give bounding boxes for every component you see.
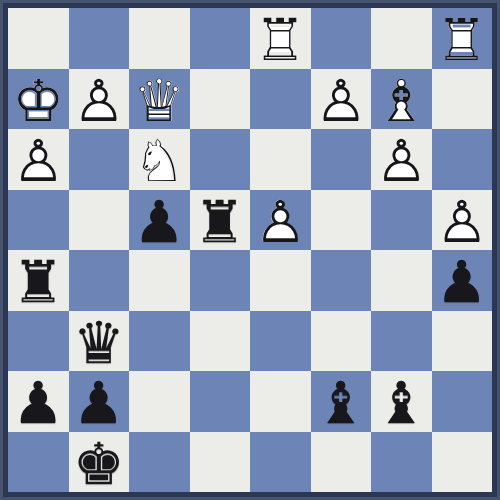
black-king[interactable]: ♚ <box>69 434 130 495</box>
square-a4[interactable]: ♜ <box>8 250 69 311</box>
square-h6[interactable] <box>432 129 493 190</box>
square-d8[interactable] <box>190 8 251 69</box>
square-e6[interactable] <box>250 129 311 190</box>
piece-glyph: ♜ <box>8 252 69 313</box>
square-h7[interactable] <box>432 69 493 130</box>
board-frame: ♜♖♜♖♚♔♟♙♛♕♟♙♝♗♟♙♞♘♟♙♟♜♟♙♟♙♜♟♛♟♟♝♝♚ <box>0 0 500 500</box>
square-f3[interactable] <box>311 311 372 372</box>
square-g1[interactable] <box>371 432 432 493</box>
black-pawn[interactable]: ♟ <box>8 373 69 434</box>
white-queen[interactable]: ♛♕ <box>129 71 190 132</box>
white-rook[interactable]: ♜♖ <box>250 10 311 71</box>
square-e7[interactable] <box>250 69 311 130</box>
black-rook[interactable]: ♜ <box>190 192 251 253</box>
square-b4[interactable] <box>69 250 130 311</box>
square-e1[interactable] <box>250 432 311 493</box>
square-a5[interactable] <box>8 190 69 251</box>
piece-glyph: ♟ <box>69 373 130 434</box>
square-d7[interactable] <box>190 69 251 130</box>
square-e5[interactable]: ♟♙ <box>250 190 311 251</box>
black-pawn[interactable]: ♟ <box>129 192 190 253</box>
piece-glyph: ♟ <box>432 252 493 313</box>
piece-glyph: ♚ <box>69 434 130 495</box>
piece-outline: ♕ <box>129 71 190 132</box>
square-a6[interactable]: ♟♙ <box>8 129 69 190</box>
square-h3[interactable] <box>432 311 493 372</box>
square-g8[interactable] <box>371 8 432 69</box>
piece-glyph: ♟ <box>129 192 190 253</box>
square-b3[interactable]: ♛ <box>69 311 130 372</box>
square-d6[interactable] <box>190 129 251 190</box>
piece-outline: ♖ <box>250 10 311 71</box>
white-king[interactable]: ♚♔ <box>8 71 69 132</box>
square-h1[interactable] <box>432 432 493 493</box>
square-f5[interactable] <box>311 190 372 251</box>
square-a3[interactable] <box>8 311 69 372</box>
square-g7[interactable]: ♝♗ <box>371 69 432 130</box>
white-pawn[interactable]: ♟♙ <box>8 131 69 192</box>
piece-outline: ♙ <box>69 71 130 132</box>
square-h8[interactable]: ♜♖ <box>432 8 493 69</box>
square-d4[interactable] <box>190 250 251 311</box>
square-g6[interactable]: ♟♙ <box>371 129 432 190</box>
square-e2[interactable] <box>250 371 311 432</box>
square-c7[interactable]: ♛♕ <box>129 69 190 130</box>
piece-outline: ♗ <box>371 71 432 132</box>
black-bishop[interactable]: ♝ <box>311 373 372 434</box>
black-rook[interactable]: ♜ <box>8 252 69 313</box>
black-pawn[interactable]: ♟ <box>432 252 493 313</box>
white-pawn[interactable]: ♟♙ <box>311 71 372 132</box>
square-b1[interactable]: ♚ <box>69 432 130 493</box>
square-d5[interactable]: ♜ <box>190 190 251 251</box>
square-g4[interactable] <box>371 250 432 311</box>
square-c4[interactable] <box>129 250 190 311</box>
piece-glyph: ♟ <box>8 373 69 434</box>
piece-outline: ♖ <box>432 10 493 71</box>
square-b6[interactable] <box>69 129 130 190</box>
piece-glyph: ♛ <box>69 313 130 374</box>
piece-outline: ♙ <box>371 131 432 192</box>
square-f2[interactable]: ♝ <box>311 371 372 432</box>
square-a1[interactable] <box>8 432 69 493</box>
square-d1[interactable] <box>190 432 251 493</box>
square-f1[interactable] <box>311 432 372 493</box>
square-a7[interactable]: ♚♔ <box>8 69 69 130</box>
square-g5[interactable] <box>371 190 432 251</box>
square-b5[interactable] <box>69 190 130 251</box>
piece-outline: ♙ <box>8 131 69 192</box>
square-c1[interactable] <box>129 432 190 493</box>
square-e3[interactable] <box>250 311 311 372</box>
square-d3[interactable] <box>190 311 251 372</box>
square-c8[interactable] <box>129 8 190 69</box>
square-a8[interactable] <box>8 8 69 69</box>
piece-outline: ♙ <box>250 192 311 253</box>
white-pawn[interactable]: ♟♙ <box>69 71 130 132</box>
square-f4[interactable] <box>311 250 372 311</box>
piece-outline: ♙ <box>311 71 372 132</box>
square-e8[interactable]: ♜♖ <box>250 8 311 69</box>
black-pawn[interactable]: ♟ <box>69 373 130 434</box>
white-rook[interactable]: ♜♖ <box>432 10 493 71</box>
piece-outline: ♘ <box>129 131 190 192</box>
piece-outline: ♔ <box>8 71 69 132</box>
square-c5[interactable]: ♟ <box>129 190 190 251</box>
piece-glyph: ♝ <box>371 373 432 434</box>
square-e4[interactable] <box>250 250 311 311</box>
white-pawn[interactable]: ♟♙ <box>250 192 311 253</box>
black-queen[interactable]: ♛ <box>69 313 130 374</box>
square-d2[interactable] <box>190 371 251 432</box>
white-bishop[interactable]: ♝♗ <box>371 71 432 132</box>
chess-board: ♜♖♜♖♚♔♟♙♛♕♟♙♝♗♟♙♞♘♟♙♟♜♟♙♟♙♜♟♛♟♟♝♝♚ <box>8 8 492 492</box>
piece-outline: ♙ <box>432 192 493 253</box>
square-h5[interactable]: ♟♙ <box>432 190 493 251</box>
white-pawn[interactable]: ♟♙ <box>371 131 432 192</box>
square-g3[interactable] <box>371 311 432 372</box>
piece-glyph: ♜ <box>190 192 251 253</box>
black-bishop[interactable]: ♝ <box>371 373 432 434</box>
square-h2[interactable] <box>432 371 493 432</box>
square-c3[interactable] <box>129 311 190 372</box>
square-c2[interactable] <box>129 371 190 432</box>
square-g2[interactable]: ♝ <box>371 371 432 432</box>
square-f6[interactable] <box>311 129 372 190</box>
square-f7[interactable]: ♟♙ <box>311 69 372 130</box>
square-f8[interactable] <box>311 8 372 69</box>
white-knight[interactable]: ♞♘ <box>129 131 190 192</box>
square-b8[interactable] <box>69 8 130 69</box>
piece-glyph: ♝ <box>311 373 372 434</box>
square-b2[interactable]: ♟ <box>69 371 130 432</box>
square-c6[interactable]: ♞♘ <box>129 129 190 190</box>
white-pawn[interactable]: ♟♙ <box>432 192 493 253</box>
square-h4[interactable]: ♟ <box>432 250 493 311</box>
square-a2[interactable]: ♟ <box>8 371 69 432</box>
square-b7[interactable]: ♟♙ <box>69 69 130 130</box>
